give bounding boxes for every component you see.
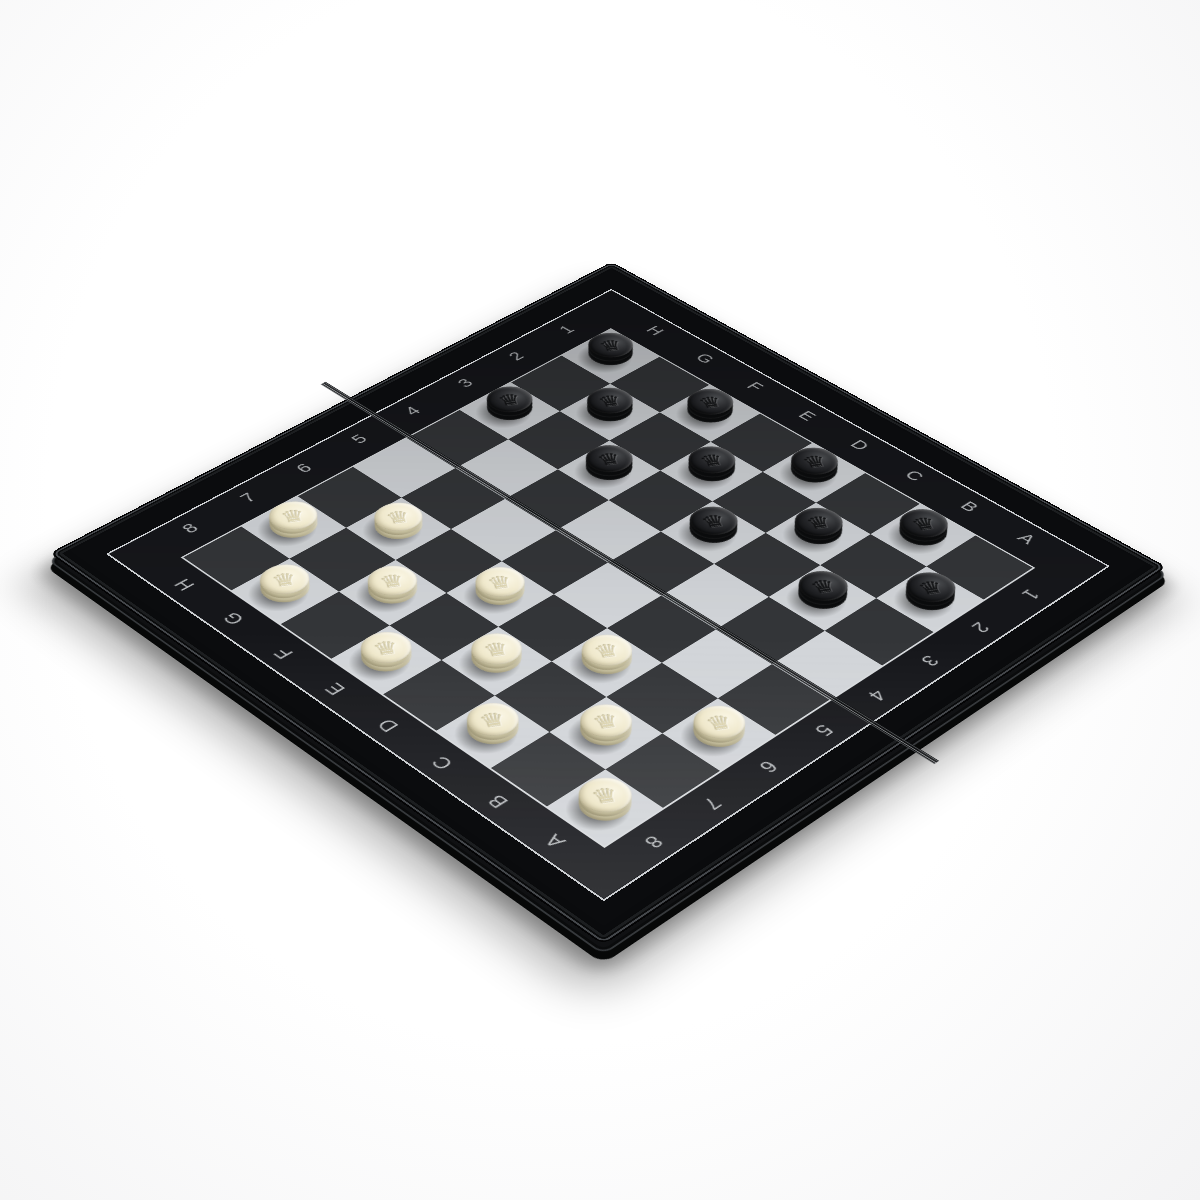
piece-white-c8[interactable]: ♛ bbox=[457, 708, 529, 754]
piece-white-e6[interactable]: ♛ bbox=[466, 573, 535, 615]
crown-emboss-icon: ♛ bbox=[803, 513, 834, 532]
piece-black-e2[interactable]: ♛ bbox=[679, 452, 745, 490]
piece-white-f7[interactable]: ♛ bbox=[358, 572, 427, 614]
rank-label-1: 1 bbox=[986, 568, 1075, 621]
crown-emboss-icon: ♛ bbox=[590, 710, 622, 732]
crown-emboss-icon: ♛ bbox=[807, 576, 839, 596]
piece-white-c6[interactable]: ♛ bbox=[572, 640, 643, 684]
crown-emboss-icon: ♛ bbox=[279, 507, 308, 526]
crown-emboss-icon: ♛ bbox=[595, 450, 624, 468]
board-field: ABCDEFGH ABCDEFGH 87654321 87654321 ♛♛♛♛… bbox=[106, 289, 1110, 901]
crown-emboss-icon: ♛ bbox=[485, 573, 515, 593]
piece-black-f1[interactable]: ♛ bbox=[678, 395, 742, 431]
crown-emboss-icon: ♛ bbox=[481, 639, 512, 660]
crown-emboss-icon: ♛ bbox=[589, 784, 622, 807]
piece-black-d3[interactable]: ♛ bbox=[680, 512, 747, 552]
piece-white-g8[interactable]: ♛ bbox=[251, 570, 320, 612]
piece-black-g2[interactable]: ♛ bbox=[578, 394, 642, 430]
piece-white-g6[interactable]: ♛ bbox=[365, 509, 432, 549]
board-frame: ABCDEFGH ABCDEFGH 87654321 87654321 ♛♛♛♛… bbox=[49, 262, 1166, 945]
crown-emboss-icon: ♛ bbox=[477, 709, 509, 731]
piece-white-a8[interactable]: ♛ bbox=[568, 783, 642, 832]
piece-white-a6[interactable]: ♛ bbox=[683, 711, 755, 757]
crown-emboss-icon: ♛ bbox=[697, 451, 727, 469]
crown-emboss-icon: ♛ bbox=[800, 453, 830, 471]
crown-emboss-icon: ♛ bbox=[696, 394, 725, 411]
piece-white-e8[interactable]: ♛ bbox=[351, 638, 422, 682]
crown-emboss-icon: ♛ bbox=[270, 570, 299, 590]
piece-white-d7[interactable]: ♛ bbox=[461, 639, 532, 683]
scene: ABCDEFGH ABCDEFGH 87654321 87654321 ♛♛♛♛… bbox=[0, 0, 1200, 1200]
crown-emboss-icon: ♛ bbox=[597, 337, 625, 353]
piece-black-b1[interactable]: ♛ bbox=[889, 515, 956, 555]
piece-black-b3[interactable]: ♛ bbox=[788, 577, 857, 619]
piece-black-d1[interactable]: ♛ bbox=[781, 454, 847, 492]
piece-black-a2[interactable]: ♛ bbox=[896, 578, 965, 620]
crown-emboss-icon: ♛ bbox=[908, 514, 939, 533]
crown-emboss-icon: ♛ bbox=[384, 508, 413, 527]
crown-emboss-icon: ♛ bbox=[698, 512, 728, 531]
game-board: ABCDEFGH ABCDEFGH 87654321 87654321 ♛♛♛♛… bbox=[49, 262, 1166, 945]
crown-emboss-icon: ♛ bbox=[591, 640, 622, 661]
pieces-layer: ♛♛♛♛♛♛♛♛♛♛♛♛♛♛♛♛♛♛♛♛♛♛♛♛ bbox=[183, 329, 1032, 845]
crown-emboss-icon: ♛ bbox=[496, 391, 524, 408]
crown-emboss-icon: ♛ bbox=[377, 571, 407, 591]
crown-emboss-icon: ♛ bbox=[703, 712, 736, 734]
piece-black-c2[interactable]: ♛ bbox=[785, 514, 852, 554]
crown-emboss-icon: ♛ bbox=[596, 392, 625, 409]
piece-white-b7[interactable]: ♛ bbox=[570, 710, 642, 756]
crown-emboss-icon: ♛ bbox=[371, 638, 401, 659]
piece-black-f3[interactable]: ♛ bbox=[576, 451, 642, 489]
crown-emboss-icon: ♛ bbox=[915, 578, 947, 598]
